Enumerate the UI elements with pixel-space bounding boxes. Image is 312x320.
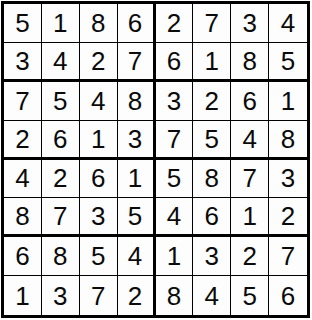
cell-r3c6[interactable]: 2 bbox=[193, 82, 231, 121]
cell-r1c8[interactable]: 4 bbox=[269, 4, 307, 43]
cell-r2c7[interactable]: 8 bbox=[231, 43, 269, 82]
cell-r4c3[interactable]: 1 bbox=[80, 121, 118, 160]
cell-r4c7[interactable]: 4 bbox=[231, 121, 269, 160]
sudoku-frame: 5186273434276185754832612613754842615873… bbox=[0, 0, 312, 320]
cell-r5c8[interactable]: 3 bbox=[269, 160, 307, 199]
cell-r1c1[interactable]: 5 bbox=[4, 4, 42, 43]
cell-r8c2[interactable]: 3 bbox=[42, 276, 80, 315]
cell-r8c4[interactable]: 2 bbox=[118, 276, 156, 315]
cell-r3c3[interactable]: 4 bbox=[80, 82, 118, 121]
cell-r1c7[interactable]: 3 bbox=[231, 4, 269, 43]
cell-r6c1[interactable]: 8 bbox=[4, 198, 42, 237]
cell-r8c5[interactable]: 8 bbox=[156, 276, 194, 315]
cell-r5c7[interactable]: 7 bbox=[231, 160, 269, 199]
cell-r6c6[interactable]: 6 bbox=[193, 198, 231, 237]
cell-r6c5[interactable]: 4 bbox=[156, 198, 194, 237]
cell-r4c5[interactable]: 7 bbox=[156, 121, 194, 160]
cell-r2c4[interactable]: 7 bbox=[118, 43, 156, 82]
cell-r7c8[interactable]: 7 bbox=[269, 237, 307, 276]
cell-r3c7[interactable]: 6 bbox=[231, 82, 269, 121]
cell-r1c6[interactable]: 7 bbox=[193, 4, 231, 43]
cell-r6c4[interactable]: 5 bbox=[118, 198, 156, 237]
cell-r2c2[interactable]: 4 bbox=[42, 43, 80, 82]
cell-r1c2[interactable]: 1 bbox=[42, 4, 80, 43]
cell-r4c4[interactable]: 3 bbox=[118, 121, 156, 160]
cell-r8c3[interactable]: 7 bbox=[80, 276, 118, 315]
cell-r5c2[interactable]: 2 bbox=[42, 160, 80, 199]
cell-r7c4[interactable]: 4 bbox=[118, 237, 156, 276]
cell-r6c3[interactable]: 3 bbox=[80, 198, 118, 237]
cell-r7c5[interactable]: 1 bbox=[156, 237, 194, 276]
cell-r2c5[interactable]: 6 bbox=[156, 43, 194, 82]
cell-r5c1[interactable]: 4 bbox=[4, 160, 42, 199]
cell-r7c1[interactable]: 6 bbox=[4, 237, 42, 276]
cell-r6c8[interactable]: 2 bbox=[269, 198, 307, 237]
cell-r4c8[interactable]: 8 bbox=[269, 121, 307, 160]
cell-r5c4[interactable]: 1 bbox=[118, 160, 156, 199]
cell-r8c8[interactable]: 6 bbox=[269, 276, 307, 315]
cell-r7c7[interactable]: 2 bbox=[231, 237, 269, 276]
cell-r4c1[interactable]: 2 bbox=[4, 121, 42, 160]
cell-r1c5[interactable]: 2 bbox=[156, 4, 194, 43]
cell-r8c6[interactable]: 4 bbox=[193, 276, 231, 315]
cell-r2c3[interactable]: 2 bbox=[80, 43, 118, 82]
cell-r8c1[interactable]: 1 bbox=[4, 276, 42, 315]
cell-r6c2[interactable]: 7 bbox=[42, 198, 80, 237]
cell-r1c3[interactable]: 8 bbox=[80, 4, 118, 43]
cell-r5c5[interactable]: 5 bbox=[156, 160, 194, 199]
cell-r3c2[interactable]: 5 bbox=[42, 82, 80, 121]
sudoku-board: 5186273434276185754832612613754842615873… bbox=[1, 1, 310, 318]
cell-r8c7[interactable]: 5 bbox=[231, 276, 269, 315]
cell-r5c3[interactable]: 6 bbox=[80, 160, 118, 199]
cell-r7c6[interactable]: 3 bbox=[193, 237, 231, 276]
cell-r2c1[interactable]: 3 bbox=[4, 43, 42, 82]
cell-r5c6[interactable]: 8 bbox=[193, 160, 231, 199]
cell-r3c1[interactable]: 7 bbox=[4, 82, 42, 121]
cell-r7c2[interactable]: 8 bbox=[42, 237, 80, 276]
cell-r3c8[interactable]: 1 bbox=[269, 82, 307, 121]
cell-r3c5[interactable]: 3 bbox=[156, 82, 194, 121]
cell-r7c3[interactable]: 5 bbox=[80, 237, 118, 276]
cell-r1c4[interactable]: 6 bbox=[118, 4, 156, 43]
cell-r2c8[interactable]: 5 bbox=[269, 43, 307, 82]
cell-r3c4[interactable]: 8 bbox=[118, 82, 156, 121]
cell-r2c6[interactable]: 1 bbox=[193, 43, 231, 82]
cell-r4c2[interactable]: 6 bbox=[42, 121, 80, 160]
cell-r6c7[interactable]: 1 bbox=[231, 198, 269, 237]
cell-r4c6[interactable]: 5 bbox=[193, 121, 231, 160]
